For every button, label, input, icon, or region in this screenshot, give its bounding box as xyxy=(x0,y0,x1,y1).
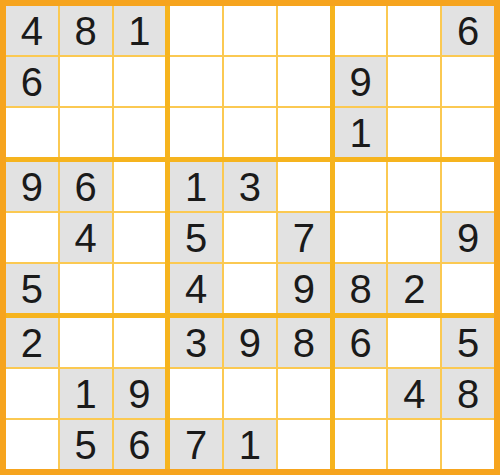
cell-r6c4-given: 4 xyxy=(170,264,222,313)
cell-r3c1-empty[interactable] xyxy=(6,108,58,157)
cell-r1c4-empty[interactable] xyxy=(170,6,222,55)
sudoku-box-2-3: 982 xyxy=(335,162,494,313)
sudoku-box-3-2: 39871 xyxy=(170,318,329,469)
cell-r1c3-given: 1 xyxy=(114,6,166,55)
cell-r2c5-empty[interactable] xyxy=(224,57,276,106)
sudoku-box-3-3: 6548 xyxy=(335,318,494,469)
cell-r5c7-empty[interactable] xyxy=(335,213,387,262)
cell-r7c4-given: 3 xyxy=(170,318,222,367)
cell-r8c6-empty[interactable] xyxy=(278,369,330,418)
cell-r4c7-empty[interactable] xyxy=(335,162,387,211)
sudoku-box-2-1: 9645 xyxy=(6,162,165,313)
cell-r1c5-empty[interactable] xyxy=(224,6,276,55)
cell-r8c1-empty[interactable] xyxy=(6,369,58,418)
cell-r3c4-empty[interactable] xyxy=(170,108,222,157)
cell-r1c9-given: 6 xyxy=(442,6,494,55)
cell-r5c5-empty[interactable] xyxy=(224,213,276,262)
cell-r3c7-given: 1 xyxy=(335,108,387,157)
cell-r1c6-empty[interactable] xyxy=(278,6,330,55)
cell-r7c3-empty[interactable] xyxy=(114,318,166,367)
cell-r5c4-given: 5 xyxy=(170,213,222,262)
cell-r2c2-empty[interactable] xyxy=(60,57,112,106)
cell-r9c8-empty[interactable] xyxy=(388,420,440,469)
cell-r2c3-empty[interactable] xyxy=(114,57,166,106)
sudoku-box-1-1: 4816 xyxy=(6,6,165,157)
cell-r2c6-empty[interactable] xyxy=(278,57,330,106)
cell-r5c2-given: 4 xyxy=(60,213,112,262)
sudoku-box-1-2 xyxy=(170,6,329,157)
sudoku-board: 4816691964513574998221956398716548 xyxy=(0,0,500,475)
cell-r3c5-empty[interactable] xyxy=(224,108,276,157)
cell-r3c9-empty[interactable] xyxy=(442,108,494,157)
cell-r2c1-given: 6 xyxy=(6,57,58,106)
cell-r8c8-given: 4 xyxy=(388,369,440,418)
cell-r7c6-given: 8 xyxy=(278,318,330,367)
cell-r4c4-given: 1 xyxy=(170,162,222,211)
cell-r7c8-empty[interactable] xyxy=(388,318,440,367)
cell-r8c3-given: 9 xyxy=(114,369,166,418)
cell-r3c6-empty[interactable] xyxy=(278,108,330,157)
cell-r7c2-empty[interactable] xyxy=(60,318,112,367)
cell-r9c4-given: 7 xyxy=(170,420,222,469)
cell-r7c5-given: 9 xyxy=(224,318,276,367)
cell-r9c1-empty[interactable] xyxy=(6,420,58,469)
cell-r4c3-empty[interactable] xyxy=(114,162,166,211)
cell-r2c7-given: 9 xyxy=(335,57,387,106)
cell-r1c8-empty[interactable] xyxy=(388,6,440,55)
cell-r6c1-given: 5 xyxy=(6,264,58,313)
sudoku-box-2-2: 135749 xyxy=(170,162,329,313)
cell-r3c8-empty[interactable] xyxy=(388,108,440,157)
cell-r3c3-empty[interactable] xyxy=(114,108,166,157)
cell-r8c4-empty[interactable] xyxy=(170,369,222,418)
sudoku-box-1-3: 691 xyxy=(335,6,494,157)
cell-r4c9-empty[interactable] xyxy=(442,162,494,211)
cell-r1c7-empty[interactable] xyxy=(335,6,387,55)
cell-r2c4-empty[interactable] xyxy=(170,57,222,106)
cell-r5c9-given: 9 xyxy=(442,213,494,262)
cell-r7c9-given: 5 xyxy=(442,318,494,367)
cell-r3c2-empty[interactable] xyxy=(60,108,112,157)
cell-r7c7-given: 6 xyxy=(335,318,387,367)
cell-r8c7-empty[interactable] xyxy=(335,369,387,418)
cell-r5c3-empty[interactable] xyxy=(114,213,166,262)
cell-r5c6-given: 7 xyxy=(278,213,330,262)
cell-r9c2-given: 5 xyxy=(60,420,112,469)
cell-r5c8-empty[interactable] xyxy=(388,213,440,262)
cell-r6c9-empty[interactable] xyxy=(442,264,494,313)
cell-r7c1-given: 2 xyxy=(6,318,58,367)
cell-r6c3-empty[interactable] xyxy=(114,264,166,313)
cell-r9c6-empty[interactable] xyxy=(278,420,330,469)
cell-r4c2-given: 6 xyxy=(60,162,112,211)
cell-r5c1-empty[interactable] xyxy=(6,213,58,262)
cell-r9c9-empty[interactable] xyxy=(442,420,494,469)
cell-r8c9-given: 8 xyxy=(442,369,494,418)
cell-r9c3-given: 6 xyxy=(114,420,166,469)
cell-r2c8-empty[interactable] xyxy=(388,57,440,106)
cell-r8c2-given: 1 xyxy=(60,369,112,418)
cell-r9c7-empty[interactable] xyxy=(335,420,387,469)
cell-r6c2-empty[interactable] xyxy=(60,264,112,313)
cell-r4c1-given: 9 xyxy=(6,162,58,211)
cell-r4c8-empty[interactable] xyxy=(388,162,440,211)
cell-r6c5-empty[interactable] xyxy=(224,264,276,313)
cell-r1c2-given: 8 xyxy=(60,6,112,55)
cell-r9c5-given: 1 xyxy=(224,420,276,469)
cell-r8c5-empty[interactable] xyxy=(224,369,276,418)
cell-r2c9-empty[interactable] xyxy=(442,57,494,106)
cell-r6c7-given: 8 xyxy=(335,264,387,313)
cell-r6c8-given: 2 xyxy=(388,264,440,313)
sudoku-box-3-1: 21956 xyxy=(6,318,165,469)
cell-r4c5-given: 3 xyxy=(224,162,276,211)
cell-r1c1-given: 4 xyxy=(6,6,58,55)
cell-r6c6-given: 9 xyxy=(278,264,330,313)
cell-r4c6-empty[interactable] xyxy=(278,162,330,211)
